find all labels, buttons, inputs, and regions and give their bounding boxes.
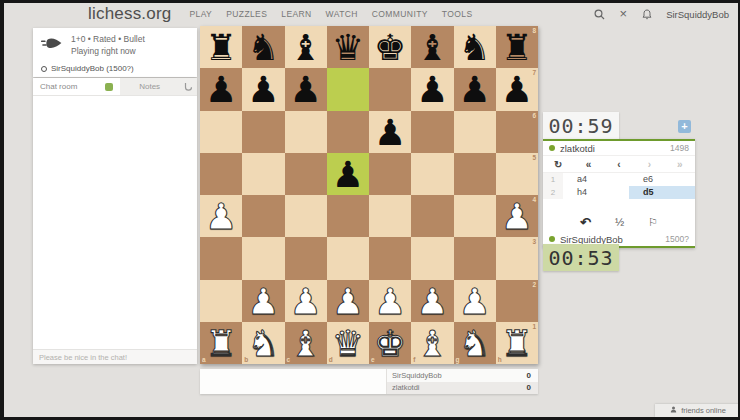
first-move-icon[interactable]: « <box>573 156 603 172</box>
player-name: SirSquiddyBob <box>560 234 623 245</box>
chat-messages <box>33 96 197 349</box>
nav-item-play[interactable]: PLAY <box>189 9 212 19</box>
crosstable-score: 0 <box>527 371 531 380</box>
move-cell[interactable]: a4 <box>563 173 629 186</box>
game-meta-line2: Playing right now <box>71 45 145 57</box>
coord-rank-3: 3 <box>532 238 536 245</box>
nav-item-puzzles[interactable]: PUZZLES <box>226 9 267 19</box>
piece-white-knight: ♞ <box>454 322 496 364</box>
square-d2[interactable]: ♟ <box>327 280 369 322</box>
coord-file-a: a <box>202 356 206 363</box>
friends-online-label: friends online <box>681 406 726 415</box>
square-c8[interactable]: ♝ <box>285 26 327 68</box>
nav-item-community[interactable]: COMMUNITY <box>372 9 428 19</box>
piece-black-bishop: ♝ <box>411 26 453 68</box>
square-b3[interactable] <box>242 237 284 279</box>
piece-black-bishop: ♝ <box>285 26 327 68</box>
piece-white-knight: ♞ <box>242 322 284 364</box>
square-g8[interactable]: ♞ <box>454 26 496 68</box>
coord-rank-7: 7 <box>532 69 536 76</box>
piece-black-pawn: ♟ <box>242 68 284 110</box>
move-number: 2 <box>543 186 563 199</box>
move-cell[interactable]: d5 <box>629 186 695 199</box>
square-d8[interactable]: ♛ <box>327 26 369 68</box>
coord-file-g: g <box>456 356 460 363</box>
bell-icon[interactable] <box>642 9 652 20</box>
crosstable-empty-games <box>200 369 387 394</box>
square-f6[interactable] <box>411 111 453 153</box>
opponent-row[interactable]: zlatkotdi 1498 <box>543 141 695 155</box>
chat-tabs: Chat room Notes <box>33 78 197 96</box>
online-dot-icon <box>549 236 555 242</box>
square-a3[interactable] <box>200 237 242 279</box>
lichess-logo[interactable]: lichess.org <box>88 4 171 24</box>
challenge-x-icon[interactable]: × <box>620 9 628 19</box>
meta-player-white[interactable]: SirSquiddyBob (1500?) <box>41 63 189 75</box>
square-d4[interactable] <box>327 195 369 237</box>
piece-black-pawn: ♟ <box>200 68 242 110</box>
piece-white-queen: ♛ <box>327 322 369 364</box>
prev-move-icon[interactable]: ‹ <box>604 156 634 172</box>
square-a8[interactable]: ♜ <box>200 26 242 68</box>
last-move-icon[interactable]: » <box>665 156 695 172</box>
nav-menu: PLAY PUZZLES LEARN WATCH COMMUNITY TOOLS <box>189 9 472 19</box>
opponent-name: zlatkotdi <box>560 143 595 154</box>
square-a5[interactable] <box>200 153 242 195</box>
game-meta-box: 1+0 • Rated • Bullet Playing right now S… <box>33 28 197 77</box>
coord-rank-4: 4 <box>532 196 536 203</box>
square-e1[interactable]: ♚e <box>369 322 411 364</box>
replay-icon[interactable]: ↻ <box>543 156 573 172</box>
coord-file-e: e <box>371 356 375 363</box>
coord-file-c: c <box>287 356 291 363</box>
piece-white-pawn: ♟ <box>285 280 327 322</box>
piece-white-bishop: ♝ <box>411 322 453 364</box>
player-rating: 1500? <box>665 234 689 244</box>
online-dot-icon <box>549 145 555 151</box>
square-e8[interactable]: ♚ <box>369 26 411 68</box>
square-f3[interactable] <box>411 237 453 279</box>
opponent-rating: 1498 <box>670 143 689 153</box>
square-d1[interactable]: ♛d <box>327 322 369 364</box>
crosstable: SirSquiddyBob 0 zlatkotdi 0 <box>200 369 538 394</box>
square-g6[interactable] <box>454 111 496 153</box>
coord-file-h: h <box>498 356 502 363</box>
square-c2[interactable]: ♟ <box>285 280 327 322</box>
square-a6[interactable] <box>200 111 242 153</box>
coord-file-f: f <box>413 356 415 363</box>
square-h6[interactable]: 6 <box>496 111 538 153</box>
search-icon[interactable] <box>594 9 605 20</box>
friends-icon <box>670 406 677 415</box>
coord-rank-1: 1 <box>532 323 536 330</box>
replay-controls: ↻ « ‹ › » <box>543 155 695 173</box>
square-e7[interactable] <box>369 68 411 110</box>
square-h2[interactable]: 2 <box>496 280 538 322</box>
square-a7[interactable]: ♟ <box>200 68 242 110</box>
nav-item-learn[interactable]: LEARN <box>281 9 311 19</box>
crosstable-name: SirSquiddyBob <box>392 371 442 380</box>
square-g1[interactable]: ♞g <box>454 322 496 364</box>
chat-input[interactable] <box>33 349 197 364</box>
piece-black-pawn: ♟ <box>454 68 496 110</box>
coord-rank-6: 6 <box>532 112 536 119</box>
square-d6[interactable] <box>327 111 369 153</box>
coord-rank-8: 8 <box>532 27 536 34</box>
piece-white-pawn: ♟ <box>369 280 411 322</box>
add-time-button[interactable]: + <box>678 120 691 133</box>
square-e2[interactable]: ♟ <box>369 280 411 322</box>
tab-chat-room[interactable]: Chat room <box>33 78 120 95</box>
coord-rank-5: 5 <box>532 154 536 161</box>
nav-username[interactable]: SirSquiddyBob <box>666 9 729 20</box>
square-e4[interactable] <box>369 195 411 237</box>
chat-box: Chat room Notes <box>33 78 197 364</box>
square-g2[interactable]: ♟ <box>454 280 496 322</box>
white-color-icon <box>41 66 47 72</box>
move-number: 1 <box>543 173 563 186</box>
square-d3[interactable] <box>327 237 369 279</box>
move-panel: zlatkotdi 1498 ↻ « ‹ › » 1 a4 e6 2 h4 d5… <box>543 139 695 248</box>
square-f1[interactable]: ♝f <box>411 322 453 364</box>
piece-white-bishop: ♝ <box>285 322 327 364</box>
tab-chat-room-label: Chat room <box>40 82 77 91</box>
square-a1[interactable]: ♜a <box>200 322 242 364</box>
square-c3[interactable] <box>285 237 327 279</box>
square-g5[interactable] <box>454 153 496 195</box>
game-meta-text: 1+0 • Rated • Bullet Playing right now <box>71 33 145 58</box>
square-c1[interactable]: ♝c <box>285 322 327 364</box>
square-f4[interactable] <box>411 195 453 237</box>
coord-file-d: d <box>329 356 333 363</box>
square-b5[interactable] <box>242 153 284 195</box>
nav-item-watch[interactable]: WATCH <box>326 9 358 19</box>
square-b2[interactable]: ♟ <box>242 280 284 322</box>
square-g3[interactable] <box>454 237 496 279</box>
nav-item-tools[interactable]: TOOLS <box>442 9 473 19</box>
piece-white-pawn: ♟ <box>454 280 496 322</box>
player-clock: 00:53 <box>543 244 619 271</box>
piece-black-pawn: ♟ <box>327 153 369 195</box>
bullet-icon <box>41 36 63 54</box>
move-row-2: 2 h4 d5 <box>543 186 695 199</box>
piece-white-pawn: ♟ <box>327 280 369 322</box>
square-b6[interactable] <box>242 111 284 153</box>
square-g7[interactable]: ♟ <box>454 68 496 110</box>
offer-draw-icon[interactable]: ½ <box>615 217 624 228</box>
tab-notes-label: Notes <box>139 82 160 91</box>
crosstable-name: zlatkotdi <box>392 383 420 392</box>
piece-black-queen: ♛ <box>327 26 369 68</box>
coord-rank-2: 2 <box>532 281 536 288</box>
piece-black-knight: ♞ <box>454 26 496 68</box>
square-f5[interactable] <box>411 153 453 195</box>
square-e3[interactable] <box>369 237 411 279</box>
top-nav: lichess.org PLAY PUZZLES LEARN WATCH COM… <box>4 3 738 25</box>
move-row-1: 1 a4 e6 <box>543 173 695 186</box>
square-c5[interactable] <box>285 153 327 195</box>
square-d5[interactable]: ♟ <box>327 153 369 195</box>
move-cell[interactable]: h4 <box>563 186 629 199</box>
square-h4[interactable]: ♟4 <box>496 195 538 237</box>
square-g4[interactable] <box>454 195 496 237</box>
piece-white-pawn: ♟ <box>411 280 453 322</box>
game-meta-line1: 1+0 • Rated • Bullet <box>71 33 145 45</box>
crosstable-score: 0 <box>527 383 531 392</box>
square-a2[interactable] <box>200 280 242 322</box>
coord-file-b: b <box>244 356 248 363</box>
piece-white-king: ♚ <box>369 322 411 364</box>
square-h8[interactable]: ♜8 <box>496 26 538 68</box>
piece-black-pawn: ♟ <box>411 68 453 110</box>
game-actions: ↶ ½ ⚐ <box>543 212 695 232</box>
piece-black-rook: ♜ <box>200 26 242 68</box>
resign-flag-icon[interactable]: ⚐ <box>648 217 658 228</box>
piece-white-pawn: ♟ <box>200 195 242 237</box>
piece-white-pawn: ♟ <box>242 280 284 322</box>
square-h5[interactable]: 5 <box>496 153 538 195</box>
square-a4[interactable]: ♟ <box>200 195 242 237</box>
square-f8[interactable]: ♝ <box>411 26 453 68</box>
square-e6[interactable]: ♟ <box>369 111 411 153</box>
friends-online-bar[interactable]: friends online <box>655 404 740 417</box>
chess-board: ♜♞♝♛♚♝♞♜8♟♟♟♟♟♟7♟6♟5♟♟43♟♟♟♟♟♟2♜a♞b♝c♛d♚… <box>200 26 538 364</box>
chat-toggle[interactable] <box>105 83 113 91</box>
square-d7[interactable] <box>327 68 369 110</box>
square-b7[interactable]: ♟ <box>242 68 284 110</box>
lichess-page: lichess.org PLAY PUZZLES LEARN WATCH COM… <box>0 0 740 420</box>
meta-player-white-label: SirSquiddyBob (1500?) <box>51 63 134 75</box>
piece-black-king: ♚ <box>369 26 411 68</box>
piece-white-rook: ♜ <box>200 322 242 364</box>
piece-black-pawn: ♟ <box>285 68 327 110</box>
takeback-icon[interactable]: ↶ <box>580 216 591 229</box>
piece-black-knight: ♞ <box>242 26 284 68</box>
move-cell[interactable]: e6 <box>629 173 695 186</box>
square-h1[interactable]: ♜1h <box>496 322 538 364</box>
opponent-clock: 00:59 <box>543 112 619 139</box>
tab-notes[interactable]: Notes <box>120 78 179 95</box>
square-b1[interactable]: ♞b <box>242 322 284 364</box>
piece-black-pawn: ♟ <box>369 111 411 153</box>
square-e5[interactable] <box>369 153 411 195</box>
square-b4[interactable] <box>242 195 284 237</box>
square-h7[interactable]: ♟7 <box>496 68 538 110</box>
next-move-icon[interactable]: › <box>634 156 664 172</box>
square-b8[interactable]: ♞ <box>242 26 284 68</box>
square-h3[interactable]: 3 <box>496 237 538 279</box>
square-c6[interactable] <box>285 111 327 153</box>
square-f7[interactable]: ♟ <box>411 68 453 110</box>
square-f2[interactable]: ♟ <box>411 280 453 322</box>
chat-resize-icon[interactable] <box>179 78 197 95</box>
square-c7[interactable]: ♟ <box>285 68 327 110</box>
square-c4[interactable] <box>285 195 327 237</box>
